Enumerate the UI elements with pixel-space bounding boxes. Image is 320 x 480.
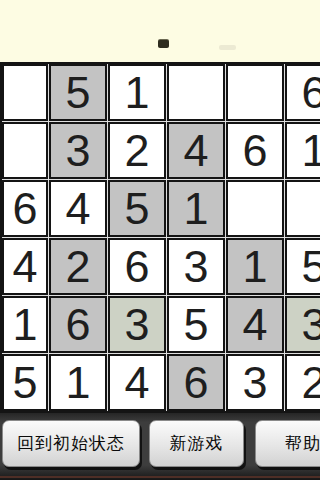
sudoku-cell-r4c2[interactable]: 2 [49,238,107,295]
sudoku-cell-r5c4[interactable]: 5 [167,296,225,353]
sudoku-cell-r6c5[interactable]: 3 [226,354,284,411]
sudoku-cell-r6c6[interactable]: 2 [285,354,320,411]
sudoku-cell-r1c1[interactable] [2,64,48,121]
sudoku-cell-r6c3[interactable]: 4 [108,354,166,411]
sudoku-cell-r6c4[interactable]: 6 [167,354,225,411]
sudoku-cell-r3c3[interactable]: 5 [108,180,166,237]
sudoku-cell-r6c2[interactable]: 1 [49,354,107,411]
app-screen: 516324616451426315163543514632 回到初始状态 新游… [0,0,320,480]
sudoku-cell-r5c6[interactable]: 3 [285,296,320,353]
sudoku-cell-r2c4[interactable]: 4 [167,122,225,179]
sudoku-cell-r4c3[interactable]: 6 [108,238,166,295]
sudoku-cell-r2c3[interactable]: 2 [108,122,166,179]
toolbar: 回到初始状态 新游戏 帮助 [0,413,320,480]
sudoku-cell-r3c1[interactable]: 6 [2,180,48,237]
sudoku-cell-r2c2[interactable]: 3 [49,122,107,179]
sudoku-cell-r2c6[interactable]: 1 [285,122,320,179]
sudoku-cell-r5c5[interactable]: 4 [226,296,284,353]
status-bar [0,0,320,62]
new-game-button[interactable]: 新游戏 [149,420,244,467]
sudoku-cell-r1c5[interactable] [226,64,284,121]
sudoku-cell-r5c1[interactable]: 1 [2,296,48,353]
sudoku-cell-r3c2[interactable]: 4 [49,180,107,237]
sudoku-cell-r2c5[interactable]: 6 [226,122,284,179]
sudoku-cell-r5c2[interactable]: 6 [49,296,107,353]
status-clock-icon [219,45,236,50]
sudoku-cell-r4c5[interactable]: 1 [226,238,284,295]
status-notification-icon [158,40,169,48]
sudoku-cell-r5c3[interactable]: 3 [108,296,166,353]
sudoku-cell-r1c3[interactable]: 1 [108,64,166,121]
sudoku-cell-r2c1[interactable] [2,122,48,179]
sudoku-cell-r1c6[interactable]: 6 [285,64,320,121]
sudoku-cell-r4c1[interactable]: 4 [2,238,48,295]
sudoku-cell-r3c4[interactable]: 1 [167,180,225,237]
sudoku-cell-r6c1[interactable]: 5 [2,354,48,411]
sudoku-cell-r4c4[interactable]: 3 [167,238,225,295]
sudoku-cell-r4c6[interactable]: 5 [285,238,320,295]
sudoku-board: 516324616451426315163543514632 [0,62,320,413]
reset-button[interactable]: 回到初始状态 [2,420,140,467]
sudoku-cell-r1c4[interactable] [167,64,225,121]
sudoku-cell-r3c6[interactable] [285,180,320,237]
help-button[interactable]: 帮助 [255,420,320,467]
sudoku-cell-r1c2[interactable]: 5 [49,64,107,121]
sudoku-cell-r3c5[interactable] [226,180,284,237]
